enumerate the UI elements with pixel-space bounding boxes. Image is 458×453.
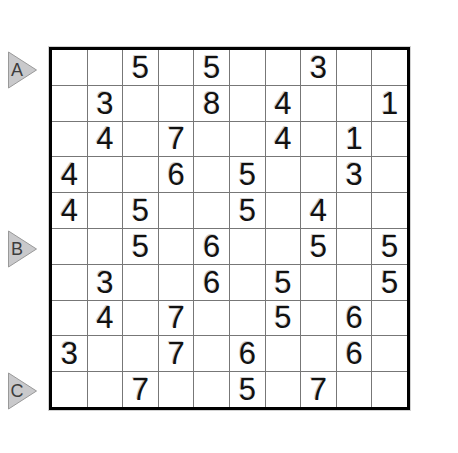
cell-r10c6[interactable]: 5 bbox=[230, 372, 265, 407]
cell-r6c10[interactable]: 5 bbox=[372, 229, 407, 264]
cell-r8c8[interactable] bbox=[301, 301, 336, 336]
cell-r6c8[interactable]: 5 bbox=[301, 229, 336, 264]
cell-r6c1[interactable] bbox=[52, 229, 87, 264]
cell-r2c7[interactable]: 4 bbox=[266, 86, 301, 121]
cell-r9c2[interactable] bbox=[88, 336, 123, 371]
cell-r8c5[interactable] bbox=[194, 301, 229, 336]
cell-r3c9[interactable]: 1 bbox=[337, 122, 372, 157]
cell-r9c1[interactable]: 3 bbox=[52, 336, 87, 371]
cell-r1c2[interactable] bbox=[88, 50, 123, 85]
cell-r5c8[interactable]: 4 bbox=[301, 193, 336, 228]
cell-r4c9[interactable]: 3 bbox=[337, 157, 372, 192]
cell-r9c8[interactable] bbox=[301, 336, 336, 371]
cell-r9c9[interactable]: 6 bbox=[337, 336, 372, 371]
cell-r3c7[interactable]: 4 bbox=[266, 122, 301, 157]
cell-r5c1[interactable]: 4 bbox=[52, 193, 87, 228]
cell-r5c6[interactable]: 5 bbox=[230, 193, 265, 228]
cell-r9c6[interactable]: 6 bbox=[230, 336, 265, 371]
cell-r8c10[interactable] bbox=[372, 301, 407, 336]
cell-r10c2[interactable] bbox=[88, 372, 123, 407]
cell-r8c1[interactable] bbox=[52, 301, 87, 336]
cell-r2c3[interactable] bbox=[123, 86, 158, 121]
cell-r8c3[interactable] bbox=[123, 301, 158, 336]
cell-r1c5[interactable]: 5 bbox=[194, 50, 229, 85]
cell-r1c6[interactable] bbox=[230, 50, 265, 85]
cell-r5c7[interactable] bbox=[266, 193, 301, 228]
cell-r10c3[interactable]: 7 bbox=[123, 372, 158, 407]
row-marker-a: A bbox=[8, 51, 38, 89]
cell-r9c3[interactable] bbox=[123, 336, 158, 371]
cell-r3c1[interactable] bbox=[52, 122, 87, 157]
cell-r6c2[interactable] bbox=[88, 229, 123, 264]
cell-r7c8[interactable] bbox=[301, 265, 336, 300]
row-marker-label: A bbox=[11, 60, 23, 80]
cell-r1c9[interactable] bbox=[337, 50, 372, 85]
cell-r2c10[interactable]: 1 bbox=[372, 86, 407, 121]
cell-r1c7[interactable] bbox=[266, 50, 301, 85]
cell-r1c10[interactable] bbox=[372, 50, 407, 85]
cell-r8c7[interactable]: 5 bbox=[266, 301, 301, 336]
cell-r5c4[interactable] bbox=[159, 193, 194, 228]
cell-r2c2[interactable]: 3 bbox=[88, 86, 123, 121]
cell-r2c9[interactable] bbox=[337, 86, 372, 121]
cell-r1c3[interactable]: 5 bbox=[123, 50, 158, 85]
cell-r10c7[interactable] bbox=[266, 372, 301, 407]
cell-r4c7[interactable] bbox=[266, 157, 301, 192]
cell-r8c2[interactable]: 4 bbox=[88, 301, 123, 336]
cell-r7c6[interactable] bbox=[230, 265, 265, 300]
cell-r6c7[interactable] bbox=[266, 229, 301, 264]
cell-r1c1[interactable] bbox=[52, 50, 87, 85]
puzzle-board: 55338414741465345545655365547563766757 bbox=[49, 47, 410, 410]
cell-r5c2[interactable] bbox=[88, 193, 123, 228]
cell-r2c4[interactable] bbox=[159, 86, 194, 121]
cell-r10c1[interactable] bbox=[52, 372, 87, 407]
cell-r4c8[interactable] bbox=[301, 157, 336, 192]
row-marker-label: C bbox=[11, 381, 24, 401]
cell-r3c10[interactable] bbox=[372, 122, 407, 157]
cell-r3c4[interactable]: 7 bbox=[159, 122, 194, 157]
cell-r4c5[interactable] bbox=[194, 157, 229, 192]
cell-r8c9[interactable]: 6 bbox=[337, 301, 372, 336]
cell-r4c10[interactable] bbox=[372, 157, 407, 192]
cell-r5c10[interactable] bbox=[372, 193, 407, 228]
cell-r6c9[interactable] bbox=[337, 229, 372, 264]
cell-r8c6[interactable] bbox=[230, 301, 265, 336]
cell-r7c5[interactable]: 6 bbox=[194, 265, 229, 300]
cell-r4c3[interactable] bbox=[123, 157, 158, 192]
cell-r7c2[interactable]: 3 bbox=[88, 265, 123, 300]
cell-r3c6[interactable] bbox=[230, 122, 265, 157]
cell-r4c1[interactable]: 4 bbox=[52, 157, 87, 192]
row-marker-c: C bbox=[8, 372, 38, 410]
row-marker-b: B bbox=[8, 230, 38, 268]
cell-r2c6[interactable] bbox=[230, 86, 265, 121]
cell-r5c9[interactable] bbox=[337, 193, 372, 228]
cell-r5c5[interactable] bbox=[194, 193, 229, 228]
cell-r10c8[interactable]: 7 bbox=[301, 372, 336, 407]
cell-r9c5[interactable] bbox=[194, 336, 229, 371]
cell-r3c5[interactable] bbox=[194, 122, 229, 157]
row-marker-label: B bbox=[11, 239, 23, 259]
cell-r6c6[interactable] bbox=[230, 229, 265, 264]
cell-r6c3[interactable]: 5 bbox=[123, 229, 158, 264]
cell-r10c5[interactable] bbox=[194, 372, 229, 407]
cell-r7c9[interactable] bbox=[337, 265, 372, 300]
cell-r10c10[interactable] bbox=[372, 372, 407, 407]
cell-r1c8[interactable]: 3 bbox=[301, 50, 336, 85]
cell-r10c4[interactable] bbox=[159, 372, 194, 407]
cell-r3c3[interactable] bbox=[123, 122, 158, 157]
cell-r4c2[interactable] bbox=[88, 157, 123, 192]
cell-r8c4[interactable]: 7 bbox=[159, 301, 194, 336]
cell-r7c3[interactable] bbox=[123, 265, 158, 300]
cell-r9c10[interactable] bbox=[372, 336, 407, 371]
cell-r3c8[interactable] bbox=[301, 122, 336, 157]
cell-r7c10[interactable]: 5 bbox=[372, 265, 407, 300]
cell-r2c5[interactable]: 8 bbox=[194, 86, 229, 121]
cell-r10c9[interactable] bbox=[337, 372, 372, 407]
cell-r5c3[interactable]: 5 bbox=[123, 193, 158, 228]
cell-r9c7[interactable] bbox=[266, 336, 301, 371]
cell-r2c1[interactable] bbox=[52, 86, 87, 121]
cell-r1c4[interactable] bbox=[159, 50, 194, 85]
cell-r7c7[interactable]: 5 bbox=[266, 265, 301, 300]
cell-r6c5[interactable]: 6 bbox=[194, 229, 229, 264]
cell-r6c4[interactable] bbox=[159, 229, 194, 264]
cell-r7c1[interactable] bbox=[52, 265, 87, 300]
cell-r4c4[interactable]: 6 bbox=[159, 157, 194, 192]
cell-r7c4[interactable] bbox=[159, 265, 194, 300]
cell-r9c4[interactable]: 7 bbox=[159, 336, 194, 371]
cell-r3c2[interactable]: 4 bbox=[88, 122, 123, 157]
cell-r2c8[interactable] bbox=[301, 86, 336, 121]
cell-r4c6[interactable]: 5 bbox=[230, 157, 265, 192]
